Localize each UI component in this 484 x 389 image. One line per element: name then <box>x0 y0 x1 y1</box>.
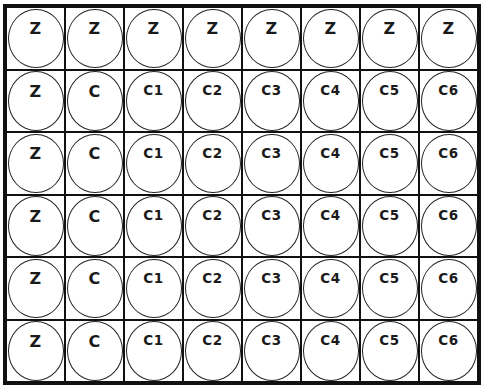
well-cell: C3 <box>242 195 301 258</box>
well-cell: Z <box>301 7 360 70</box>
well-circle: C5 <box>362 196 418 256</box>
well-label: Z <box>206 21 218 37</box>
well-cell: C <box>65 70 124 133</box>
well-label: C1 <box>143 272 163 286</box>
well-label: C2 <box>202 147 222 161</box>
well-circle: Z <box>421 9 477 69</box>
well-label: C4 <box>320 272 340 286</box>
well-cell: Z <box>419 7 478 70</box>
well-label: C <box>88 271 100 287</box>
well-cell: C1 <box>124 195 183 258</box>
well-label: Z <box>29 334 41 350</box>
well-circle: C2 <box>185 259 241 319</box>
well-circle: C6 <box>421 196 477 256</box>
well-label: C <box>88 146 100 162</box>
well-label: Z <box>88 21 100 37</box>
well-circle: C5 <box>362 321 418 381</box>
well-label: C4 <box>320 84 340 98</box>
well-cell: C <box>65 132 124 195</box>
well-label: C3 <box>261 84 281 98</box>
well-circle: C1 <box>126 321 182 381</box>
well-circle: C5 <box>362 134 418 194</box>
well-label: Z <box>147 21 159 37</box>
well-label: Z <box>383 21 395 37</box>
well-cell: C1 <box>124 132 183 195</box>
well-circle: C2 <box>185 134 241 194</box>
well-cell: Z <box>65 7 124 70</box>
well-circle: C <box>67 71 123 131</box>
well-label: Z <box>265 21 277 37</box>
well-label: C3 <box>261 209 281 223</box>
well-label: C6 <box>438 209 458 223</box>
well-cell: C6 <box>419 70 478 133</box>
well-label: C5 <box>379 147 399 161</box>
well-circle: C3 <box>244 134 300 194</box>
well-circle: Z <box>185 9 241 69</box>
well-cell: C1 <box>124 70 183 133</box>
well-circle: C <box>67 134 123 194</box>
well-label: C4 <box>320 209 340 223</box>
well-cell: C3 <box>242 257 301 320</box>
well-circle: Z <box>8 196 64 256</box>
well-circle: Z <box>303 9 359 69</box>
well-circle: Z <box>126 9 182 69</box>
well-label: C2 <box>202 334 222 348</box>
well-label: C5 <box>379 84 399 98</box>
well-circle: Z <box>67 9 123 69</box>
well-cell: C2 <box>183 257 242 320</box>
well-cell: C1 <box>124 320 183 383</box>
well-label: C6 <box>438 84 458 98</box>
well-cell: Z <box>6 320 65 383</box>
well-cell: Z <box>6 257 65 320</box>
well-label: C <box>88 209 100 225</box>
well-label: C1 <box>143 209 163 223</box>
well-label: C <box>88 334 100 350</box>
well-circle: Z <box>8 71 64 131</box>
well-label: C6 <box>438 147 458 161</box>
well-label: Z <box>29 21 41 37</box>
well-cell: C5 <box>360 70 419 133</box>
well-cell: Z <box>6 132 65 195</box>
well-label: Z <box>29 146 41 162</box>
well-cell: C5 <box>360 320 419 383</box>
well-cell: C5 <box>360 132 419 195</box>
well-circle: C6 <box>421 134 477 194</box>
well-cell: C2 <box>183 132 242 195</box>
well-circle: C4 <box>303 134 359 194</box>
well-circle: C <box>67 259 123 319</box>
well-cell: C3 <box>242 132 301 195</box>
well-label: C5 <box>379 272 399 286</box>
well-circle: C6 <box>421 321 477 381</box>
well-circle: C <box>67 196 123 256</box>
well-circle: C3 <box>244 321 300 381</box>
well-circle: Z <box>244 9 300 69</box>
well-cell: C4 <box>301 70 360 133</box>
well-cell: C3 <box>242 70 301 133</box>
well-cell: Z <box>183 7 242 70</box>
well-cell: C3 <box>242 320 301 383</box>
well-circle: C4 <box>303 196 359 256</box>
well-label: Z <box>29 84 41 100</box>
well-label: C1 <box>143 84 163 98</box>
well-label: C5 <box>379 209 399 223</box>
well-circle: Z <box>8 9 64 69</box>
well-circle: C3 <box>244 259 300 319</box>
well-circle: C4 <box>303 321 359 381</box>
well-cell: C5 <box>360 257 419 320</box>
well-cell: C2 <box>183 320 242 383</box>
well-cell: C <box>65 195 124 258</box>
well-cell: Z <box>6 195 65 258</box>
well-circle: C2 <box>185 71 241 131</box>
well-label: C4 <box>320 334 340 348</box>
well-label: C3 <box>261 334 281 348</box>
well-cell: Z <box>242 7 301 70</box>
well-label: C3 <box>261 147 281 161</box>
well-circle: C5 <box>362 259 418 319</box>
well-label: Z <box>29 209 41 225</box>
well-label: C3 <box>261 272 281 286</box>
well-circle: C <box>67 321 123 381</box>
well-cell: C <box>65 320 124 383</box>
well-circle: Z <box>362 9 418 69</box>
well-circle: C4 <box>303 71 359 131</box>
well-circle: C2 <box>185 196 241 256</box>
well-cell: C4 <box>301 195 360 258</box>
well-label: C4 <box>320 147 340 161</box>
well-label: C2 <box>202 272 222 286</box>
well-circle: C1 <box>126 71 182 131</box>
well-label: C6 <box>438 334 458 348</box>
well-circle: C2 <box>185 321 241 381</box>
well-label: C2 <box>202 209 222 223</box>
well-cell: Z <box>124 7 183 70</box>
well-label: C6 <box>438 272 458 286</box>
well-cell: C5 <box>360 195 419 258</box>
well-circle: C6 <box>421 259 477 319</box>
well-circle: Z <box>8 134 64 194</box>
well-circle: C1 <box>126 196 182 256</box>
well-cell: C2 <box>183 70 242 133</box>
well-cell: Z <box>6 7 65 70</box>
well-circle: Z <box>8 259 64 319</box>
well-cell: C2 <box>183 195 242 258</box>
well-circle: C3 <box>244 196 300 256</box>
well-label: C1 <box>143 334 163 348</box>
well-cell: C4 <box>301 132 360 195</box>
well-label: Z <box>442 21 454 37</box>
well-label: C1 <box>143 147 163 161</box>
well-cell: C <box>65 257 124 320</box>
well-circle: C1 <box>126 134 182 194</box>
well-cell: C4 <box>301 257 360 320</box>
well-cell: C6 <box>419 320 478 383</box>
well-circle: Z <box>8 321 64 381</box>
well-cell: C6 <box>419 257 478 320</box>
well-label: C2 <box>202 84 222 98</box>
well-cell: C1 <box>124 257 183 320</box>
well-label: C5 <box>379 334 399 348</box>
well-circle: C6 <box>421 71 477 131</box>
well-circle: C4 <box>303 259 359 319</box>
well-cell: C6 <box>419 195 478 258</box>
well-label: Z <box>29 271 41 287</box>
well-circle: C5 <box>362 71 418 131</box>
well-cell: Z <box>360 7 419 70</box>
plate-diagram: ZZZZZZZZZCC1C2C3C4C5C6ZCC1C2C3C4C5C6ZCC1… <box>3 4 481 385</box>
well-cell: Z <box>6 70 65 133</box>
well-circle: C3 <box>244 71 300 131</box>
well-label: C <box>88 84 100 100</box>
well-cell: C6 <box>419 132 478 195</box>
well-circle: C1 <box>126 259 182 319</box>
well-label: Z <box>324 21 336 37</box>
plate-grid: ZZZZZZZZZCC1C2C3C4C5C6ZCC1C2C3C4C5C6ZCC1… <box>3 4 481 385</box>
well-cell: C4 <box>301 320 360 383</box>
